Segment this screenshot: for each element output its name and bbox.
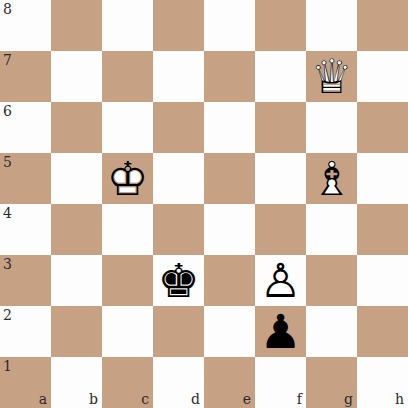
square-h7[interactable] [357, 51, 408, 102]
piece-black-pawn[interactable]: ♟ [255, 306, 306, 357]
square-e4[interactable] [204, 204, 255, 255]
square-c5[interactable]: ♚♔ [102, 153, 153, 204]
file-label-b: b [89, 392, 98, 406]
square-b3[interactable] [51, 255, 102, 306]
square-b7[interactable] [51, 51, 102, 102]
file-label-h: h [395, 392, 404, 406]
square-d6[interactable] [153, 102, 204, 153]
file-label-d: d [191, 392, 200, 406]
square-f6[interactable] [255, 102, 306, 153]
square-a3[interactable]: 3 [0, 255, 51, 306]
square-e3[interactable] [204, 255, 255, 306]
square-a4[interactable]: 4 [0, 204, 51, 255]
file-label-e: e [243, 392, 251, 406]
square-c8[interactable] [102, 0, 153, 51]
square-e8[interactable] [204, 0, 255, 51]
white-pawn-icon: ♙ [255, 255, 306, 306]
square-f3[interactable]: ♟♙ [255, 255, 306, 306]
chess-board: 87♛♕65♚♔♝♗43♚♟♙2♟1abcdefgh [0, 0, 408, 408]
square-h5[interactable] [357, 153, 408, 204]
file-label-f: f [297, 392, 302, 406]
square-f4[interactable] [255, 204, 306, 255]
square-c6[interactable] [102, 102, 153, 153]
white-queen-icon: ♕ [306, 51, 357, 102]
rank-label-6: 6 [3, 104, 12, 118]
rank-label-2: 2 [3, 308, 12, 322]
white-king-icon: ♔ [102, 153, 153, 204]
square-f5[interactable] [255, 153, 306, 204]
square-h4[interactable] [357, 204, 408, 255]
square-d8[interactable] [153, 0, 204, 51]
square-f1[interactable]: f [255, 357, 306, 408]
piece-white-bishop[interactable]: ♝♗ [306, 153, 357, 204]
square-d1[interactable]: d [153, 357, 204, 408]
square-b6[interactable] [51, 102, 102, 153]
square-a8[interactable]: 8 [0, 0, 51, 51]
square-a7[interactable]: 7 [0, 51, 51, 102]
square-b1[interactable]: b [51, 357, 102, 408]
square-b4[interactable] [51, 204, 102, 255]
square-a6[interactable]: 6 [0, 102, 51, 153]
square-g6[interactable] [306, 102, 357, 153]
square-g5[interactable]: ♝♗ [306, 153, 357, 204]
rank-label-3: 3 [3, 257, 12, 271]
black-pawn-icon: ♟ [255, 306, 306, 357]
square-a2[interactable]: 2 [0, 306, 51, 357]
square-g3[interactable] [306, 255, 357, 306]
square-f2[interactable]: ♟ [255, 306, 306, 357]
square-c2[interactable] [102, 306, 153, 357]
square-g1[interactable]: g [306, 357, 357, 408]
piece-white-pawn[interactable]: ♟♙ [255, 255, 306, 306]
piece-white-king[interactable]: ♚♔ [102, 153, 153, 204]
file-label-g: g [344, 392, 353, 406]
square-e1[interactable]: e [204, 357, 255, 408]
square-g7[interactable]: ♛♕ [306, 51, 357, 102]
square-d4[interactable] [153, 204, 204, 255]
square-e2[interactable] [204, 306, 255, 357]
square-h1[interactable]: h [357, 357, 408, 408]
square-b8[interactable] [51, 0, 102, 51]
square-e6[interactable] [204, 102, 255, 153]
square-e7[interactable] [204, 51, 255, 102]
square-b2[interactable] [51, 306, 102, 357]
square-a1[interactable]: 1a [0, 357, 51, 408]
rank-label-7: 7 [3, 53, 12, 67]
white-bishop-icon: ♗ [306, 153, 357, 204]
piece-white-queen[interactable]: ♛♕ [306, 51, 357, 102]
square-a5[interactable]: 5 [0, 153, 51, 204]
square-f7[interactable] [255, 51, 306, 102]
square-h2[interactable] [357, 306, 408, 357]
rank-label-8: 8 [3, 2, 12, 16]
square-g2[interactable] [306, 306, 357, 357]
square-h8[interactable] [357, 0, 408, 51]
piece-black-king[interactable]: ♚ [153, 255, 204, 306]
square-h3[interactable] [357, 255, 408, 306]
square-d7[interactable] [153, 51, 204, 102]
square-f8[interactable] [255, 0, 306, 51]
square-e5[interactable] [204, 153, 255, 204]
rank-label-4: 4 [3, 206, 12, 220]
file-label-a: a [39, 392, 47, 406]
square-c7[interactable] [102, 51, 153, 102]
square-d3[interactable]: ♚ [153, 255, 204, 306]
square-h6[interactable] [357, 102, 408, 153]
square-d2[interactable] [153, 306, 204, 357]
square-b5[interactable] [51, 153, 102, 204]
square-c3[interactable] [102, 255, 153, 306]
rank-label-5: 5 [3, 155, 12, 169]
square-g4[interactable] [306, 204, 357, 255]
black-king-icon: ♚ [153, 255, 204, 306]
square-d5[interactable] [153, 153, 204, 204]
square-g8[interactable] [306, 0, 357, 51]
square-c4[interactable] [102, 204, 153, 255]
file-label-c: c [141, 392, 149, 406]
square-c1[interactable]: c [102, 357, 153, 408]
rank-label-1: 1 [3, 359, 12, 373]
